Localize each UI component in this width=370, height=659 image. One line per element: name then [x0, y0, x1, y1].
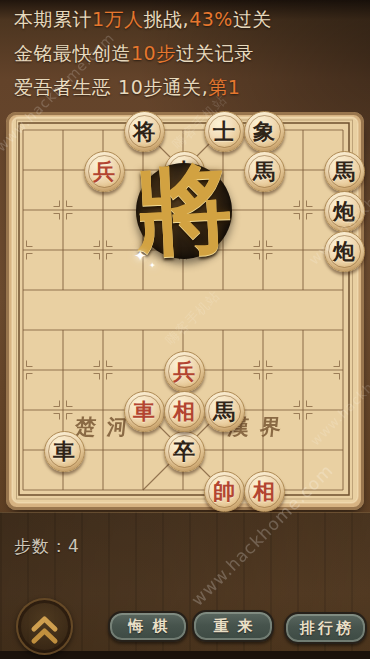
- text-segment: 爱吾者生恶 10步通关,: [14, 76, 208, 98]
- logo-glyph: 將: [106, 154, 262, 272]
- text-segment: 金铭最快创造: [14, 42, 131, 64]
- piece-glyph: 馬: [333, 160, 355, 182]
- text-segment: 10步: [131, 42, 176, 64]
- expand-button[interactable]: [16, 598, 73, 655]
- text-segment: 第1: [208, 76, 240, 98]
- piece-glyph: 炮: [333, 240, 355, 262]
- text-segment: 过关: [233, 8, 272, 30]
- black-general-piece[interactable]: 将: [124, 111, 165, 152]
- piece-glyph: 相: [253, 480, 275, 502]
- piece-glyph: 車: [133, 400, 155, 422]
- black-cannon-piece[interactable]: 炮: [324, 191, 365, 232]
- step-counter-value: 4: [68, 536, 80, 556]
- piece-glyph: 帥: [213, 480, 235, 502]
- piece-glyph: 馬: [213, 400, 235, 422]
- red-soldier-piece[interactable]: 兵: [164, 351, 205, 392]
- black-horse-piece[interactable]: 馬: [324, 151, 365, 192]
- piece-glyph: 車: [53, 440, 75, 462]
- text-segment: 本期累计: [14, 8, 92, 30]
- step-counter-label: 步数：: [14, 536, 68, 556]
- challenge-stats: 本期累计1万人挑战,43%过关: [14, 7, 272, 33]
- red-general-piece[interactable]: 帥: [204, 471, 245, 512]
- black-chariot-piece[interactable]: 車: [44, 431, 85, 472]
- black-horse-piece[interactable]: 馬: [204, 391, 245, 432]
- leaderboard-button[interactable]: 排行榜: [284, 612, 367, 644]
- piece-glyph: 将: [133, 120, 155, 142]
- red-elephant-piece[interactable]: 相: [244, 471, 285, 512]
- piece-glyph: 兵: [173, 360, 195, 382]
- black-soldier-piece[interactable]: 卒: [164, 431, 205, 472]
- black-advisor-piece[interactable]: 士: [204, 111, 245, 152]
- record-stats: 金铭最快创造10步过关记录: [14, 41, 254, 67]
- chevron-double-up-icon: [18, 600, 71, 653]
- undo-button[interactable]: 悔棋: [108, 611, 188, 642]
- step-counter: 步数：4: [14, 535, 80, 558]
- black-elephant-piece[interactable]: 象: [244, 111, 285, 152]
- piece-glyph: 卒: [173, 440, 195, 462]
- text-segment: 过关记录: [176, 42, 254, 64]
- red-elephant-piece[interactable]: 相: [164, 391, 205, 432]
- piece-glyph: 象: [253, 120, 275, 142]
- piece-glyph: 相: [173, 400, 195, 422]
- black-cannon-piece[interactable]: 炮: [324, 231, 365, 272]
- text-segment: 43%: [189, 8, 233, 30]
- red-chariot-piece[interactable]: 車: [124, 391, 165, 432]
- piece-glyph: 炮: [333, 200, 355, 222]
- text-segment: 挑战,: [144, 8, 190, 30]
- sparkle-icon: ✦: [134, 247, 147, 265]
- piece-glyph: 士: [213, 120, 235, 142]
- sparkle-icon-small: ✦: [149, 261, 156, 270]
- restart-button[interactable]: 重来: [192, 610, 274, 642]
- text-segment: 1万人: [92, 8, 144, 30]
- player-record: 爱吾者生恶 10步通关,第1: [14, 75, 240, 101]
